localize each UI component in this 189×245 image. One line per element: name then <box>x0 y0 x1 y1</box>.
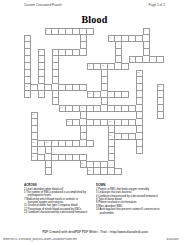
clue-number: 22 <box>32 141 35 143</box>
grid-cell <box>80 112 87 119</box>
clue-number: 10 <box>88 64 91 66</box>
grid-cell <box>129 119 136 126</box>
grid-cell <box>136 133 143 140</box>
clue-number: 14 <box>158 85 161 87</box>
clue-number: 13 <box>25 85 28 87</box>
grid-cell <box>59 84 66 91</box>
grid-cell <box>94 161 101 168</box>
grid-cell <box>45 154 52 161</box>
clue-item: 5 The number of RBCs produced is accompl… <box>24 191 89 197</box>
grid-cell <box>115 49 122 56</box>
grid-cell <box>108 161 115 168</box>
grid-cell <box>108 154 115 161</box>
grid-cell <box>115 119 122 126</box>
grid-cell <box>150 56 157 63</box>
grid-cell <box>115 168 122 175</box>
grid-cell <box>73 119 80 126</box>
grid-cell <box>73 84 80 91</box>
grid-cell <box>143 49 150 56</box>
grid-cell <box>136 77 143 84</box>
grid-cell <box>136 84 143 91</box>
clue-number: 25 <box>81 162 84 164</box>
grid-cell <box>66 28 73 35</box>
grid-cell <box>157 112 164 119</box>
grid-cell <box>38 77 45 84</box>
grid-cell <box>38 84 45 91</box>
grid-cell <box>52 77 59 84</box>
grid-cell <box>59 140 66 147</box>
down-title: DOWN <box>96 183 161 187</box>
grid-cell <box>122 133 129 140</box>
grid-cell <box>108 126 115 133</box>
header-document-title: Custom Crossword Puzzle <box>24 3 62 7</box>
clue-number: 3 <box>144 29 145 31</box>
grid-cell <box>31 126 38 133</box>
grid-cell <box>136 56 143 63</box>
grid-cell <box>94 91 101 98</box>
grid-cell <box>87 140 94 147</box>
grid-cell <box>45 161 52 168</box>
grid-cell <box>115 105 122 112</box>
grid-cell <box>52 91 59 98</box>
across-title: ACROSS <box>24 183 89 187</box>
grid-cell <box>66 84 73 91</box>
grid-cell <box>24 42 31 49</box>
grid-cell <box>115 63 122 70</box>
clue-number: 2 <box>81 29 82 31</box>
clue-number: 12 <box>137 71 140 73</box>
grid-cell <box>66 105 73 112</box>
grid-cell <box>101 77 108 84</box>
grid-cell <box>73 140 80 147</box>
grid-cell <box>52 56 59 63</box>
puzzle-title: Blood <box>0 14 189 25</box>
grid-cell <box>66 154 73 161</box>
grid-cell <box>59 28 66 35</box>
grid-cell <box>136 126 143 133</box>
grid-cell <box>87 119 94 126</box>
grid-cell <box>101 168 108 175</box>
grid-cell <box>38 154 45 161</box>
grid-cell <box>129 35 136 42</box>
grid-cell <box>80 35 87 42</box>
grid-cell <box>45 84 52 91</box>
clue-number: 23 <box>46 141 49 143</box>
grid-cell <box>80 49 87 56</box>
clue-number: 21 <box>109 134 112 136</box>
grid-cell <box>129 105 136 112</box>
grid-cell <box>143 35 150 42</box>
grid-cell <box>73 105 80 112</box>
across-list: 1 Least abundant white blood cell5 The n… <box>24 187 89 214</box>
grid-cell <box>24 70 31 77</box>
grid-cell <box>31 133 38 140</box>
grid-cell <box>80 119 87 126</box>
grid-cell <box>45 147 52 154</box>
grid-cell <box>101 119 108 126</box>
grid-cell <box>101 91 108 98</box>
grid-cell <box>80 126 87 133</box>
grid-cell <box>108 168 115 175</box>
clue-number: 1 <box>46 29 47 31</box>
clue-number: 17 <box>81 106 84 108</box>
grid-cell <box>136 119 143 126</box>
footer-date: 6/26/2009 <box>167 238 179 241</box>
grid-cell <box>108 147 115 154</box>
grid-cell <box>94 168 101 175</box>
grid-cell <box>143 42 150 49</box>
grid-cell <box>143 56 150 63</box>
clue-number: 26 <box>88 169 91 171</box>
grid-cell <box>80 42 87 49</box>
grid-cell <box>87 105 94 112</box>
clue-number: 6 <box>116 36 117 38</box>
grid-cell <box>136 98 143 105</box>
grid-cell <box>101 161 108 168</box>
grid-cell <box>80 140 87 147</box>
grid-cell <box>31 84 38 91</box>
grid-cell <box>101 105 108 112</box>
grid-cell <box>73 154 80 161</box>
clue-number: 9 <box>130 57 131 59</box>
grid-cell <box>24 91 31 98</box>
grid-cell <box>59 154 66 161</box>
clue-number: 18 <box>32 113 35 115</box>
grid-cell <box>31 119 38 126</box>
clue-number: 19 <box>67 120 70 122</box>
clue-number: 7 <box>39 50 40 52</box>
grid-cell <box>122 105 129 112</box>
grid-cell <box>52 98 59 105</box>
grid-cell <box>87 28 94 35</box>
grid-cell <box>52 70 59 77</box>
grid-cell <box>115 56 122 63</box>
grid-cell <box>136 91 143 98</box>
grid-cell <box>108 91 115 98</box>
footer-pdf-watermark: PDF Created with deskPDF PDF Writer - Tr… <box>42 230 148 233</box>
down-list: 2 Protein in RBC that binds oxygen rever… <box>96 187 161 214</box>
grid-cell <box>136 140 143 147</box>
grid-cell <box>157 105 164 112</box>
grid-cell <box>101 70 108 77</box>
clue-number: 16 <box>60 106 63 108</box>
grid-cell <box>24 63 31 70</box>
grid-cell <box>136 147 143 154</box>
clue-item: 10 Anticoagulant that prevents vitamin K… <box>96 208 161 214</box>
grid-cell <box>136 112 143 119</box>
across-clues: ACROSS 1 Least abundant white blood cell… <box>24 183 89 215</box>
grid-cell <box>80 154 87 161</box>
grid-cell <box>38 91 45 98</box>
grid-cell <box>108 105 115 112</box>
grid-cell <box>24 49 31 56</box>
down-clues: DOWN 2 Protein in RBC that binds oxygen … <box>96 183 161 215</box>
header-page-number: Page 1 of 2 <box>149 3 165 7</box>
grid-cell <box>108 63 115 70</box>
grid-cell <box>136 105 143 112</box>
grid-cell <box>94 63 101 70</box>
clue-number: 11 <box>102 64 104 66</box>
grid-cell <box>24 77 31 84</box>
grid-cell <box>115 42 122 49</box>
grid-cell <box>52 28 59 35</box>
grid-cell <box>38 56 45 63</box>
grid-cell <box>108 140 115 147</box>
grid-cell <box>122 91 129 98</box>
grid-cell <box>66 140 73 147</box>
grid-cell <box>157 91 164 98</box>
grid-cell <box>136 35 143 42</box>
grid-cell <box>66 49 73 56</box>
grid-cell <box>52 140 59 147</box>
grid-cell <box>24 56 31 63</box>
crossword-grid: 1234567891011121314151617181920212223242… <box>24 28 165 176</box>
footer-file-path: mhtml:file://C:\crossword_puzzles\Custom… <box>3 238 77 241</box>
grid-cell <box>38 70 45 77</box>
grid-cell <box>122 63 129 70</box>
grid-cell <box>38 140 45 147</box>
grid-cell <box>101 84 108 91</box>
grid-cell <box>73 28 80 35</box>
grid-cell <box>52 84 59 91</box>
grid-cell <box>94 105 101 112</box>
grid-cell <box>87 161 94 168</box>
clue-number: 24 <box>32 155 35 157</box>
grid-cell <box>31 147 38 154</box>
clue-number: 20 <box>109 120 112 122</box>
grid-cell <box>59 49 66 56</box>
clue-item: 13 Condition characterized by a decrease… <box>24 211 89 214</box>
grid-cell <box>129 133 136 140</box>
grid-cell <box>52 154 59 161</box>
clue-number: 5 <box>109 36 110 38</box>
clue-number: 4 <box>25 36 26 38</box>
grid-cell <box>80 133 87 140</box>
grid-cell <box>122 119 129 126</box>
grid-cell <box>52 63 59 70</box>
grid-cell <box>80 84 87 91</box>
grid-cell <box>115 91 122 98</box>
grid-cell <box>115 133 122 140</box>
grid-cell <box>157 56 164 63</box>
grid-cell <box>157 98 164 105</box>
grid-cell <box>38 63 45 70</box>
grid-cell <box>122 35 129 42</box>
clue-item: 7 Medium by which blood travels in anima… <box>24 197 89 203</box>
clue-number: 15 <box>88 92 91 94</box>
grid-cell <box>101 98 108 105</box>
grid-cell <box>73 49 80 56</box>
grid-cell <box>45 168 52 175</box>
clue-number: 8 <box>53 50 54 52</box>
grid-cell <box>94 119 101 126</box>
